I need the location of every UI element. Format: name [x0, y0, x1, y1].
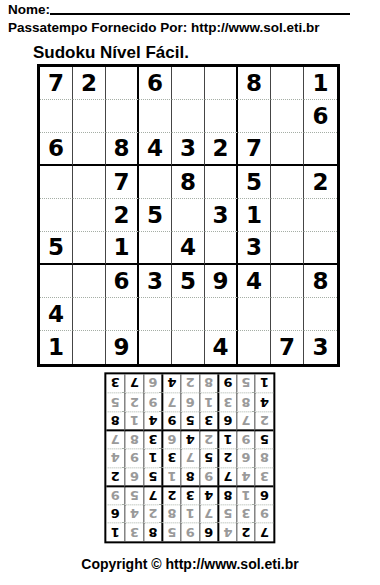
solution-cell: 2 — [106, 467, 125, 486]
sudoku-solution-grid-rotated: 7246958319357182466184327593479815628625… — [104, 372, 275, 543]
solution-cell: 3 — [218, 393, 237, 412]
puzzle-cell — [139, 298, 172, 331]
puzzle-cell — [172, 331, 205, 364]
puzzle-cell: 9 — [106, 331, 139, 364]
solution-cell: 7 — [236, 411, 255, 430]
solution-cell: 1 — [162, 467, 181, 486]
puzzle-cell: 5 — [172, 265, 205, 298]
puzzle-cell — [106, 298, 139, 331]
puzzle-cell: 4 — [238, 265, 271, 298]
solution-cell: 8 — [218, 486, 237, 505]
solution-cell: 2 — [162, 486, 181, 505]
puzzle-cell: 3 — [238, 232, 271, 265]
solution-cell: 1 — [236, 486, 255, 505]
solution-cell: 8 — [180, 467, 199, 486]
puzzle-cell: 1 — [40, 331, 73, 364]
puzzle-cell — [271, 133, 304, 166]
puzzle-cell — [106, 67, 139, 100]
puzzle-cell: 2 — [205, 133, 238, 166]
puzzle-cell: 4 — [40, 298, 73, 331]
puzzle-cell — [205, 100, 238, 133]
solution-cell: 2 — [199, 430, 218, 449]
puzzle-cell — [40, 199, 73, 232]
puzzle-cell — [304, 298, 337, 331]
puzzle-cell — [73, 232, 106, 265]
puzzle-cell: 2 — [304, 166, 337, 199]
solution-cell: 6 — [143, 374, 162, 393]
puzzle-cell: 8 — [238, 67, 271, 100]
puzzle-cell — [73, 100, 106, 133]
puzzle-cell — [205, 166, 238, 199]
puzzle-cell: 2 — [73, 67, 106, 100]
puzzle-cell — [205, 67, 238, 100]
puzzle-cell — [40, 100, 73, 133]
solution-cell: 6 — [180, 393, 199, 412]
puzzle-cell — [73, 166, 106, 199]
solution-cell: 4 — [143, 411, 162, 430]
name-underline — [50, 2, 350, 15]
solution-cell: 9 — [180, 523, 199, 542]
puzzle-cell — [238, 331, 271, 364]
solution-cell: 8 — [162, 504, 181, 523]
puzzle-cell: 4 — [172, 232, 205, 265]
solution-cell: 1 — [106, 523, 125, 542]
puzzle-cell: 4 — [205, 331, 238, 364]
solution-cell: 9 — [199, 467, 218, 486]
puzzle-cell — [40, 265, 73, 298]
solution-cell: 3 — [236, 504, 255, 523]
puzzle-cell: 6 — [139, 67, 172, 100]
solution-cell: 9 — [255, 504, 274, 523]
solution-cell: 9 — [162, 411, 181, 430]
solution-cell: 7 — [255, 523, 274, 542]
sudoku-puzzle-grid: 726816684327785225315143635948419473 — [37, 64, 340, 367]
solution-cell: 6 — [106, 504, 125, 523]
solution-cell: 2 — [143, 504, 162, 523]
puzzle-cell — [304, 199, 337, 232]
solution-cell: 7 — [106, 430, 125, 449]
solution-cell: 3 — [255, 467, 274, 486]
solution-cell: 9 — [125, 448, 144, 467]
puzzle-cell — [238, 100, 271, 133]
solution-cell: 9 — [218, 374, 237, 393]
solution-cell: 5 — [255, 430, 274, 449]
puzzle-cell: 1 — [238, 199, 271, 232]
puzzle-cell — [40, 166, 73, 199]
solution-cell: 4 — [199, 486, 218, 505]
solution-cell: 5 — [180, 411, 199, 430]
solution-cell: 9 — [106, 486, 125, 505]
solution-cell: 1 — [199, 393, 218, 412]
solution-cell: 6 — [199, 523, 218, 542]
puzzle-cell — [271, 166, 304, 199]
solution-cell: 4 — [255, 393, 274, 412]
solution-cell: 7 — [199, 504, 218, 523]
puzzle-cell: 5 — [40, 232, 73, 265]
solution-cell: 7 — [218, 467, 237, 486]
solution-cell: 1 — [218, 430, 237, 449]
solution-cell: 3 — [125, 523, 144, 542]
puzzle-cell — [73, 331, 106, 364]
puzzle-cell — [271, 67, 304, 100]
puzzle-cell: 7 — [40, 67, 73, 100]
puzzle-cell — [271, 298, 304, 331]
puzzle-cell: 1 — [106, 232, 139, 265]
puzzle-cell: 8 — [304, 265, 337, 298]
solution-cell: 3 — [162, 448, 181, 467]
solution-cell: 2 — [125, 393, 144, 412]
puzzle-cell — [304, 133, 337, 166]
solution-cell: 6 — [162, 430, 181, 449]
solution-cell: 6 — [255, 486, 274, 505]
copyright-line: Copyright © http://www.sol.eti.br — [0, 556, 380, 572]
name-label: Nome: — [8, 2, 50, 17]
solution-cell: 6 — [125, 467, 144, 486]
solution-cell: 4 — [106, 448, 125, 467]
solution-cell: 8 — [143, 523, 162, 542]
solution-cell: 7 — [162, 393, 181, 412]
puzzle-cell: 4 — [139, 133, 172, 166]
puzzle-cell: 2 — [106, 199, 139, 232]
puzzle-cell: 3 — [139, 265, 172, 298]
solution-cell: 8 — [236, 393, 255, 412]
provider-line: Passatempo Fornecido Por: http://www.sol… — [8, 20, 320, 35]
puzzle-cell: 3 — [172, 133, 205, 166]
puzzle-cell — [73, 298, 106, 331]
solution-cell: 5 — [218, 504, 237, 523]
solution-cell: 8 — [255, 448, 274, 467]
puzzle-cell — [238, 298, 271, 331]
puzzle-cell — [139, 100, 172, 133]
puzzle-cell — [271, 232, 304, 265]
solution-cell: 6 — [236, 448, 255, 467]
solution-cell: 5 — [236, 374, 255, 393]
puzzle-cell — [172, 298, 205, 331]
solution-cell: 4 — [236, 467, 255, 486]
solution-cell: 7 — [143, 486, 162, 505]
solution-cell: 5 — [106, 393, 125, 412]
page-title: Sudoku Nível Fácil. — [33, 43, 189, 63]
solution-cell: 5 — [162, 523, 181, 542]
solution-cell: 7 — [125, 374, 144, 393]
solution-cell: 6 — [218, 411, 237, 430]
puzzle-cell: 6 — [304, 100, 337, 133]
solution-cell: 3 — [143, 430, 162, 449]
puzzle-cell: 8 — [172, 166, 205, 199]
puzzle-cell: 6 — [106, 265, 139, 298]
puzzle-cell: 7 — [106, 166, 139, 199]
printable-sudoku-page: Nome: Passatempo Fornecido Por: http://w… — [0, 0, 380, 585]
solution-cell: 4 — [180, 430, 199, 449]
puzzle-cell: 3 — [304, 331, 337, 364]
solution-cell: 1 — [180, 504, 199, 523]
solution-cell: 8 — [106, 411, 125, 430]
puzzle-cell — [73, 199, 106, 232]
puzzle-cell: 1 — [304, 67, 337, 100]
puzzle-cell: 9 — [205, 265, 238, 298]
puzzle-cell — [271, 100, 304, 133]
puzzle-cell: 8 — [106, 133, 139, 166]
solution-cell: 8 — [199, 374, 218, 393]
puzzle-cell — [106, 100, 139, 133]
solution-cell: 1 — [125, 411, 144, 430]
solution-cell: 3 — [106, 374, 125, 393]
puzzle-cell — [205, 298, 238, 331]
name-row: Nome: — [8, 2, 350, 17]
solution-cell: 7 — [180, 448, 199, 467]
solution-cell: 9 — [236, 430, 255, 449]
puzzle-cell — [271, 265, 304, 298]
solution-cell: 2 — [236, 523, 255, 542]
solution-cell: 9 — [143, 393, 162, 412]
solution-cell: 5 — [143, 467, 162, 486]
solution-cell: 2 — [255, 411, 274, 430]
puzzle-cell: 6 — [40, 133, 73, 166]
solution-cell: 5 — [125, 486, 144, 505]
puzzle-cell: 7 — [271, 331, 304, 364]
puzzle-cell — [172, 67, 205, 100]
solution-cell: 4 — [162, 374, 181, 393]
solution-cell: 4 — [125, 504, 144, 523]
puzzle-cell: 3 — [205, 199, 238, 232]
puzzle-cell: 7 — [238, 133, 271, 166]
puzzle-cell — [139, 166, 172, 199]
solution-cell: 1 — [143, 448, 162, 467]
puzzle-cell — [73, 265, 106, 298]
solution-cell: 2 — [218, 448, 237, 467]
puzzle-cell: 5 — [139, 199, 172, 232]
puzzle-cell — [139, 331, 172, 364]
solution-cell: 1 — [255, 374, 274, 393]
puzzle-cell — [172, 100, 205, 133]
solution-cell: 3 — [199, 411, 218, 430]
puzzle-cell — [271, 199, 304, 232]
puzzle-cell — [139, 232, 172, 265]
solution-cell: 3 — [180, 486, 199, 505]
puzzle-cell — [205, 232, 238, 265]
puzzle-cell — [172, 199, 205, 232]
solution-cell: 2 — [180, 374, 199, 393]
solution-cell: 5 — [199, 448, 218, 467]
puzzle-cell — [73, 133, 106, 166]
puzzle-cell — [304, 232, 337, 265]
solution-cell: 4 — [218, 523, 237, 542]
puzzle-cell: 5 — [238, 166, 271, 199]
solution-cell: 8 — [125, 430, 144, 449]
